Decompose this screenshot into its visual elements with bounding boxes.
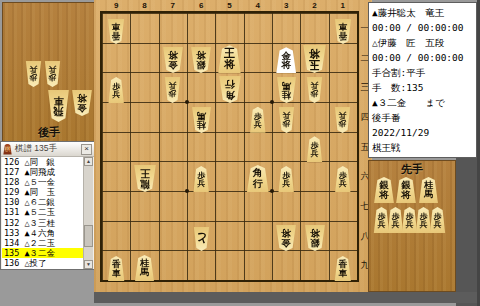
kifu-move-row[interactable]: 126 △同 銀: [2, 157, 85, 167]
piece-sente-銀将[interactable]: 銀将: [395, 177, 417, 203]
file-label: 4: [248, 0, 268, 11]
file-label: 9: [106, 0, 126, 11]
kifu-window-title: 棋譜 135手: [15, 143, 81, 155]
kifu-move-row[interactable]: 135 ▲３二金: [2, 248, 85, 258]
close-icon[interactable]: ×: [81, 144, 92, 155]
kifu-move-row[interactable]: 128 △５一金: [2, 177, 85, 187]
piece-sente-歩兵[interactable]: 歩兵: [401, 207, 418, 233]
file-label: 2: [305, 0, 325, 11]
gote-clock: 00:00 / 00:00:00: [372, 50, 473, 65]
file-label: 3: [276, 0, 296, 11]
move-count-line: 手 数:135: [372, 80, 473, 95]
piece-sente-歩兵[interactable]: 歩兵: [373, 207, 390, 233]
kifu-move-row[interactable]: 127 ▲同飛成: [2, 167, 85, 177]
game-info-panel: ▲藤井聡太 竜王 00:00 / 00:00:00 △伊藤 匠 五段 00:00…: [368, 2, 477, 158]
board-shadow: [94, 292, 480, 303]
star-point: [185, 100, 189, 104]
kifu-move-row[interactable]: 129 ▲同 玉: [2, 187, 85, 197]
gote-player-name: △伊藤 匠 五段: [372, 35, 473, 50]
kifu-window: 棋 棋譜 135手 × 126 △同 銀127 ▲同飛成128 △５一金129 …: [0, 141, 95, 270]
piece-gote-歩兵[interactable]: 歩兵: [25, 61, 42, 87]
kifu-move-row[interactable]: 136 △投了: [2, 258, 85, 268]
file-label: 1: [333, 0, 353, 11]
piece-sente-銀将[interactable]: 銀将: [373, 177, 395, 203]
sente-hand-tray: 先手 銀将銀将桂馬歩兵歩兵歩兵歩兵歩兵: [368, 160, 456, 292]
file-label: 6: [191, 0, 211, 11]
file-label: 5: [220, 0, 240, 11]
kifu-move-row[interactable]: 133 ▲４六角: [2, 228, 85, 238]
kifu-titlebar[interactable]: 棋 棋譜 135手 ×: [1, 142, 94, 157]
date-line: 2022/11/29: [372, 125, 473, 140]
handicap-line: 手合割:平手: [372, 65, 473, 80]
event-line: 棋王戦: [372, 140, 473, 155]
scroll-thumb[interactable]: [84, 225, 93, 247]
piece-gote-歩兵[interactable]: 歩兵: [44, 61, 61, 87]
piece-gote-金将[interactable]: 金将: [71, 90, 93, 116]
sente-clock: 00:00 / 00:00:00: [372, 20, 473, 35]
scroll-up-icon[interactable]: ▲: [84, 157, 93, 166]
kifu-move-row[interactable]: 134 △２二玉: [2, 238, 85, 248]
file-label: 7: [163, 0, 183, 11]
star-point: [270, 189, 274, 193]
kifu-move-row[interactable]: 131 ▲５二玉: [2, 207, 85, 217]
scroll-down-icon[interactable]: ▼: [84, 260, 93, 269]
star-point: [270, 100, 274, 104]
piece-sente-歩兵[interactable]: 歩兵: [415, 207, 432, 233]
piece-sente-桂馬[interactable]: 桂馬: [418, 177, 439, 203]
app-icon: 棋: [3, 144, 12, 155]
piece-sente-歩兵[interactable]: 歩兵: [429, 207, 446, 233]
kifu-move-row[interactable]: 130 △６二銀: [2, 197, 85, 207]
gote-hand-tray: 歩兵歩兵飛車金将 後手: [2, 2, 96, 142]
file-label: 8: [135, 0, 155, 11]
piece-gote-飛車[interactable]: 飛車: [47, 90, 70, 122]
last-move-line: ▲３二金 まで: [372, 95, 473, 110]
kifu-move-list[interactable]: 126 △同 銀127 ▲同飛成128 △５一金129 ▲同 玉130 △６二銀…: [2, 157, 85, 269]
turn-line: 後手番: [372, 110, 473, 125]
shogi-board: 987654321 一二三四五六七八九 香車香車金将銀将王将金将玉将歩兵歩兵角行…: [94, 0, 372, 292]
piece-sente-歩兵[interactable]: 歩兵: [387, 207, 404, 233]
gote-label: 後手: [3, 125, 95, 140]
sente-player-name: ▲藤井聡太 竜王: [372, 5, 473, 20]
kifu-move-row[interactable]: 132 △３三桂: [2, 218, 85, 228]
star-point: [185, 189, 189, 193]
sente-label: 先手: [369, 162, 455, 177]
kifu-scrollbar[interactable]: ▲ ▼: [83, 157, 93, 269]
